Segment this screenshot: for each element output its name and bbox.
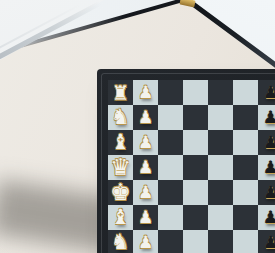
square[interactable]: ♟ [133, 230, 158, 253]
square[interactable]: ♝ [108, 205, 133, 230]
white-knight-piece[interactable]: ♞ [111, 107, 130, 128]
square[interactable]: ♜ [108, 80, 133, 105]
square[interactable]: ♟ [258, 105, 275, 130]
square[interactable] [158, 130, 183, 155]
square[interactable] [183, 80, 208, 105]
white-rook-piece[interactable]: ♜ [112, 83, 130, 103]
white-pawn-piece[interactable]: ♟ [138, 184, 153, 201]
square[interactable]: ♞ [108, 105, 133, 130]
white-queen-piece[interactable]: ♛ [110, 156, 131, 179]
white-pawn-piece[interactable]: ♟ [138, 134, 153, 151]
black-pawn-piece[interactable]: ♟ [263, 84, 275, 101]
square[interactable] [208, 130, 233, 155]
black-pawn-piece[interactable]: ♟ [263, 209, 275, 226]
tray-edge-line [0, 1, 101, 61]
square[interactable]: ♟ [258, 205, 275, 230]
square[interactable] [183, 205, 208, 230]
gold-clasp [179, 0, 195, 7]
square[interactable] [233, 105, 258, 130]
square[interactable] [208, 155, 233, 180]
white-pawn-piece[interactable]: ♟ [138, 84, 153, 101]
square[interactable] [158, 180, 183, 205]
square[interactable]: ♟ [258, 230, 275, 253]
square[interactable]: ♟ [258, 155, 275, 180]
backdrop-tray-trim-left [0, 0, 197, 56]
square[interactable] [233, 180, 258, 205]
chess-board: ♜♟♟♜♞♟♟♞♝♟♟♝♛♟♟♛♚♟♟♚♝♟♟♝♞♟♟♞♜♟♟♜ [97, 69, 275, 253]
white-king-piece[interactable]: ♚ [110, 181, 131, 204]
square[interactable] [233, 80, 258, 105]
square[interactable]: ♞ [108, 230, 133, 253]
square[interactable] [233, 155, 258, 180]
square[interactable]: ♟ [133, 205, 158, 230]
square[interactable]: ♝ [108, 130, 133, 155]
chess-board-grid: ♜♟♟♜♞♟♟♞♝♟♟♝♛♟♟♛♚♟♟♚♝♟♟♝♞♟♟♞♜♟♟♜ [108, 80, 275, 253]
square[interactable] [158, 80, 183, 105]
black-pawn-piece[interactable]: ♟ [263, 159, 275, 176]
white-knight-piece[interactable]: ♞ [111, 232, 130, 253]
square[interactable] [158, 155, 183, 180]
square[interactable] [208, 205, 233, 230]
tray-edge-highlight [0, 4, 81, 50]
square[interactable]: ♟ [133, 180, 158, 205]
square[interactable]: ♟ [258, 130, 275, 155]
square[interactable] [233, 205, 258, 230]
square[interactable] [158, 105, 183, 130]
square[interactable] [183, 230, 208, 253]
square[interactable] [233, 130, 258, 155]
square[interactable] [183, 105, 208, 130]
square[interactable]: ♛ [108, 155, 133, 180]
square[interactable] [158, 205, 183, 230]
white-bishop-piece[interactable]: ♝ [111, 207, 130, 228]
square[interactable] [183, 130, 208, 155]
square[interactable] [208, 105, 233, 130]
square[interactable] [183, 180, 208, 205]
black-pawn-piece[interactable]: ♟ [263, 184, 275, 201]
square[interactable] [208, 180, 233, 205]
square[interactable] [158, 230, 183, 253]
square[interactable] [183, 155, 208, 180]
square[interactable] [233, 230, 258, 253]
square[interactable] [208, 230, 233, 253]
black-pawn-piece[interactable]: ♟ [263, 109, 275, 126]
white-pawn-piece[interactable]: ♟ [138, 109, 153, 126]
square[interactable]: ♟ [133, 130, 158, 155]
white-pawn-piece[interactable]: ♟ [138, 209, 153, 226]
white-bishop-piece[interactable]: ♝ [111, 132, 130, 153]
backdrop-tray-trim-right [182, 0, 275, 70]
square[interactable]: ♟ [258, 80, 275, 105]
square[interactable]: ♚ [108, 180, 133, 205]
black-pawn-piece[interactable]: ♟ [263, 234, 275, 251]
white-pawn-piece[interactable]: ♟ [138, 234, 153, 251]
scene: ♜♟♟♜♞♟♟♞♝♟♟♝♛♟♟♛♚♟♟♚♝♟♟♝♞♟♟♞♜♟♟♜ [0, 0, 275, 253]
black-pawn-piece[interactable]: ♟ [263, 134, 275, 151]
square[interactable]: ♟ [133, 80, 158, 105]
white-pawn-piece[interactable]: ♟ [138, 159, 153, 176]
square[interactable]: ♟ [133, 105, 158, 130]
square[interactable]: ♟ [258, 180, 275, 205]
square[interactable] [208, 80, 233, 105]
square[interactable]: ♟ [133, 155, 158, 180]
